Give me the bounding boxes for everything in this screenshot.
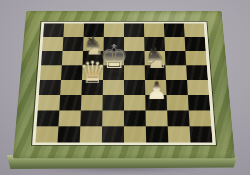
piece-dark-knight-f5: ♞ [135, 44, 175, 73]
scene-photo: ♞♚♞♛♟ [0, 0, 250, 175]
pieces-layer: ♞♚♞♛♟ [13, 11, 235, 159]
piece-light-queen-c4: ♛ [72, 57, 112, 87]
piece-light-pawn-f3: ♟ [136, 78, 177, 102]
chess-board-slab: ♞♚♞♛♟ [13, 11, 235, 159]
